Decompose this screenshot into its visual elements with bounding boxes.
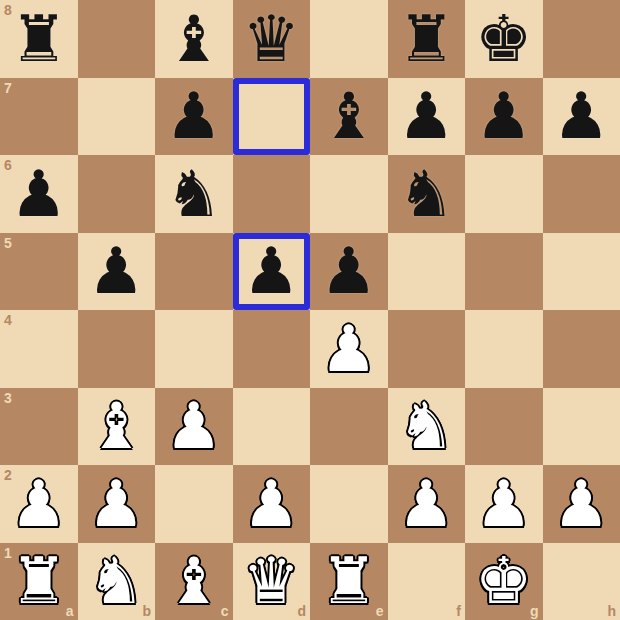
square-f3[interactable]: ♞︎ xyxy=(388,388,466,466)
square-d3[interactable] xyxy=(233,388,311,466)
white-pawn[interactable]: ♟︎ xyxy=(465,465,543,543)
file-label-h: h xyxy=(607,603,616,619)
black-pawn[interactable]: ♟︎ xyxy=(465,78,543,156)
square-c6[interactable]: ♞︎ xyxy=(155,155,233,233)
white-rook[interactable]: ♜︎ xyxy=(310,543,388,620)
square-g4[interactable] xyxy=(465,310,543,388)
rank-label-7: 7 xyxy=(4,80,12,96)
square-f2[interactable]: ♟︎ xyxy=(388,465,466,543)
square-e4[interactable]: ♟︎ xyxy=(310,310,388,388)
black-bishop[interactable]: ♝︎ xyxy=(310,78,388,156)
square-a8[interactable]: ♜︎8 xyxy=(0,0,78,78)
white-bishop[interactable]: ♝︎ xyxy=(155,543,233,620)
white-knight[interactable]: ♞︎ xyxy=(78,543,156,620)
chess-board: ♜︎8♝︎♛︎♜︎♚︎7♟︎♝︎♟︎♟︎♟︎♟︎6♞︎♞︎5♟︎♟︎♟︎4♟︎3… xyxy=(0,0,620,620)
square-c3[interactable]: ♟︎ xyxy=(155,388,233,466)
white-pawn[interactable]: ♟︎ xyxy=(78,465,156,543)
square-b2[interactable]: ♟︎ xyxy=(78,465,156,543)
square-c7[interactable]: ♟︎ xyxy=(155,78,233,156)
square-h4[interactable] xyxy=(543,310,620,388)
square-d1[interactable]: ♛︎d xyxy=(233,543,311,620)
square-g1[interactable]: ♚︎g xyxy=(465,543,543,620)
square-g7[interactable]: ♟︎ xyxy=(465,78,543,156)
black-knight[interactable]: ♞︎ xyxy=(155,155,233,233)
square-a3[interactable]: 3 xyxy=(0,388,78,466)
white-pawn[interactable]: ♟︎ xyxy=(388,465,466,543)
square-g5[interactable] xyxy=(465,233,543,311)
black-pawn[interactable]: ♟︎ xyxy=(0,155,78,233)
black-bishop[interactable]: ♝︎ xyxy=(155,0,233,78)
white-pawn[interactable]: ♟︎ xyxy=(155,388,233,466)
square-a1[interactable]: ♜︎1a xyxy=(0,543,78,620)
square-g6[interactable] xyxy=(465,155,543,233)
square-a4[interactable]: 4 xyxy=(0,310,78,388)
square-c5[interactable] xyxy=(155,233,233,311)
square-h5[interactable] xyxy=(543,233,620,311)
square-f1[interactable]: f xyxy=(388,543,466,620)
square-a6[interactable]: ♟︎6 xyxy=(0,155,78,233)
square-d7[interactable] xyxy=(233,78,311,156)
black-king[interactable]: ♚︎ xyxy=(465,0,543,78)
square-d4[interactable] xyxy=(233,310,311,388)
white-knight[interactable]: ♞︎ xyxy=(388,388,466,466)
black-rook[interactable]: ♜︎ xyxy=(388,0,466,78)
square-a7[interactable]: 7 xyxy=(0,78,78,156)
black-pawn[interactable]: ♟︎ xyxy=(155,78,233,156)
square-f7[interactable]: ♟︎ xyxy=(388,78,466,156)
white-pawn[interactable]: ♟︎ xyxy=(0,465,78,543)
white-bishop[interactable]: ♝︎ xyxy=(78,388,156,466)
square-e5[interactable]: ♟︎ xyxy=(310,233,388,311)
square-a2[interactable]: ♟︎2 xyxy=(0,465,78,543)
rank-label-4: 4 xyxy=(4,312,12,328)
black-pawn[interactable]: ♟︎ xyxy=(388,78,466,156)
square-h6[interactable] xyxy=(543,155,620,233)
square-c1[interactable]: ♝︎c xyxy=(155,543,233,620)
white-rook[interactable]: ♜︎ xyxy=(0,543,78,620)
black-pawn[interactable]: ♟︎ xyxy=(310,233,388,311)
square-e1[interactable]: ♜︎e xyxy=(310,543,388,620)
square-f4[interactable] xyxy=(388,310,466,388)
square-h1[interactable]: h xyxy=(543,543,620,620)
square-h8[interactable] xyxy=(543,0,620,78)
black-pawn[interactable]: ♟︎ xyxy=(78,233,156,311)
square-c8[interactable]: ♝︎ xyxy=(155,0,233,78)
last-move-highlight xyxy=(233,78,311,156)
square-h3[interactable] xyxy=(543,388,620,466)
square-d5[interactable]: ♟︎ xyxy=(233,233,311,311)
square-g3[interactable] xyxy=(465,388,543,466)
square-f6[interactable]: ♞︎ xyxy=(388,155,466,233)
square-h7[interactable]: ♟︎ xyxy=(543,78,620,156)
rank-label-5: 5 xyxy=(4,235,12,251)
square-e8[interactable] xyxy=(310,0,388,78)
square-b4[interactable] xyxy=(78,310,156,388)
square-g2[interactable]: ♟︎ xyxy=(465,465,543,543)
square-b6[interactable] xyxy=(78,155,156,233)
white-queen[interactable]: ♛︎ xyxy=(233,543,311,620)
rank-label-3: 3 xyxy=(4,390,12,406)
square-e7[interactable]: ♝︎ xyxy=(310,78,388,156)
white-pawn[interactable]: ♟︎ xyxy=(310,310,388,388)
black-pawn[interactable]: ♟︎ xyxy=(543,78,620,156)
square-g8[interactable]: ♚︎ xyxy=(465,0,543,78)
square-c4[interactable] xyxy=(155,310,233,388)
square-f8[interactable]: ♜︎ xyxy=(388,0,466,78)
white-pawn[interactable]: ♟︎ xyxy=(543,465,620,543)
black-queen[interactable]: ♛︎ xyxy=(233,0,311,78)
square-f5[interactable] xyxy=(388,233,466,311)
black-rook[interactable]: ♜︎ xyxy=(0,0,78,78)
square-e2[interactable] xyxy=(310,465,388,543)
white-pawn[interactable]: ♟︎ xyxy=(233,465,311,543)
white-king[interactable]: ♚︎ xyxy=(465,543,543,620)
square-h2[interactable]: ♟︎ xyxy=(543,465,620,543)
square-e6[interactable] xyxy=(310,155,388,233)
square-b3[interactable]: ♝︎ xyxy=(78,388,156,466)
file-label-f: f xyxy=(456,603,461,619)
black-knight[interactable]: ♞︎ xyxy=(388,155,466,233)
square-b1[interactable]: ♞︎b xyxy=(78,543,156,620)
square-b5[interactable]: ♟︎ xyxy=(78,233,156,311)
square-b8[interactable] xyxy=(78,0,156,78)
square-d8[interactable]: ♛︎ xyxy=(233,0,311,78)
square-d2[interactable]: ♟︎ xyxy=(233,465,311,543)
square-e3[interactable] xyxy=(310,388,388,466)
square-c2[interactable] xyxy=(155,465,233,543)
square-b7[interactable] xyxy=(78,78,156,156)
square-a5[interactable]: 5 xyxy=(0,233,78,311)
black-pawn[interactable]: ♟︎ xyxy=(233,233,311,311)
square-d6[interactable] xyxy=(233,155,311,233)
